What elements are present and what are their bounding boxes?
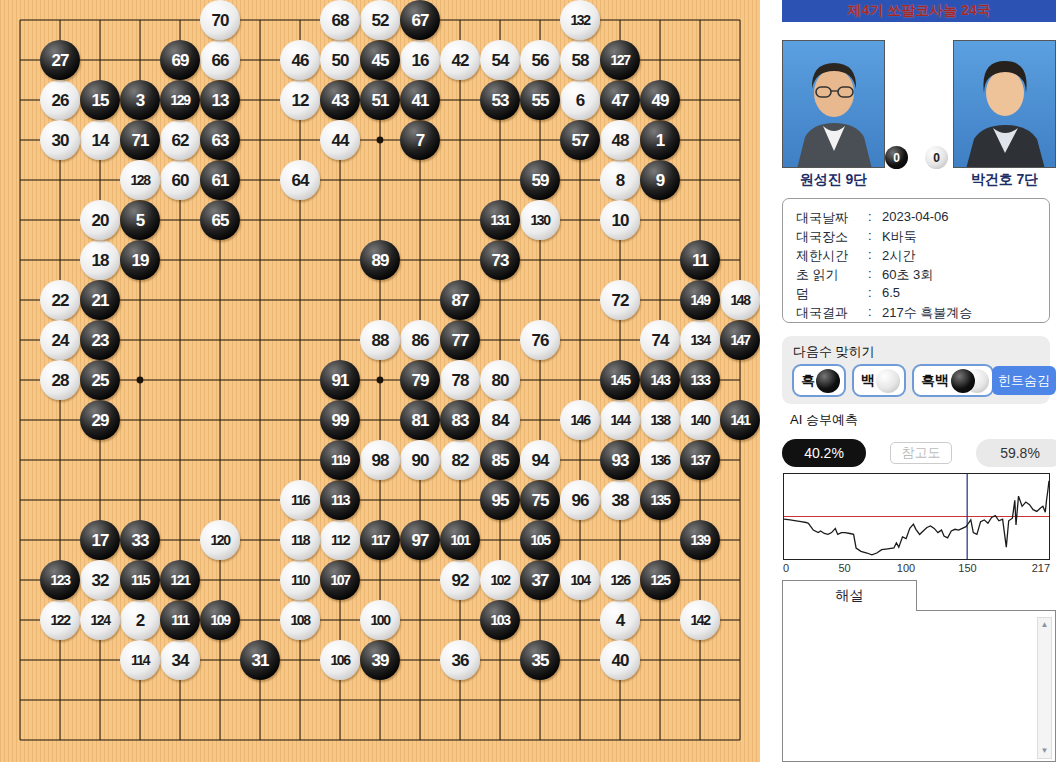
stone-move-21: 21 (80, 280, 120, 320)
stone-move-38: 38 (600, 480, 640, 520)
stone-move-32: 32 (80, 560, 120, 600)
stone-move-19: 19 (120, 240, 160, 280)
stone-move-145: 145 (600, 360, 640, 400)
stone-move-135: 135 (640, 480, 680, 520)
game-info-box: 대국날짜:2023-04-06대국장소:K바둑제한시간:2시간초 읽기:60초 … (782, 198, 1050, 323)
stone-move-14: 14 (80, 120, 120, 160)
stone-move-73: 73 (480, 240, 520, 280)
commentary-tab-label: 해설 (836, 587, 864, 605)
stone-move-113: 113 (320, 480, 360, 520)
stone-move-37: 37 (520, 560, 560, 600)
stone-move-89: 89 (360, 240, 400, 280)
stone-move-58: 58 (560, 40, 600, 80)
black-stone-icon (816, 369, 840, 393)
stone-move-136: 136 (640, 440, 680, 480)
stone-move-68: 68 (320, 0, 360, 40)
stone-move-90: 90 (400, 440, 440, 480)
stone-move-40: 40 (600, 640, 640, 680)
info-colon: : (868, 304, 882, 323)
stone-move-62: 62 (160, 120, 200, 160)
x-tick-50: 50 (838, 562, 850, 574)
stone-move-79: 79 (400, 360, 440, 400)
stone-move-76: 76 (520, 320, 560, 360)
guess-white-button[interactable]: 백 (852, 364, 906, 397)
x-tick-0: 0 (783, 562, 789, 574)
stone-move-83: 83 (440, 400, 480, 440)
stone-move-95: 95 (480, 480, 520, 520)
info-colon: : (868, 209, 882, 228)
stone-move-139: 139 (680, 520, 720, 560)
black-player-name: 원성진 9단 (782, 171, 885, 189)
info-row-3: 초 읽기:60초 3회 (796, 266, 1049, 285)
stone-move-17: 17 (80, 520, 120, 560)
info-label: 덤 (796, 285, 868, 304)
stone-move-29: 29 (80, 400, 120, 440)
stone-move-44: 44 (320, 120, 360, 160)
winrate-graph[interactable] (783, 473, 1050, 560)
quiz-title: 다음수 맞히기 (793, 343, 1050, 361)
graph-x-axis-ticks: 050100150217 (783, 562, 1050, 576)
stone-move-36: 36 (440, 640, 480, 680)
stone-move-51: 51 (360, 80, 400, 120)
stone-move-30: 30 (40, 120, 80, 160)
stone-move-35: 35 (520, 640, 560, 680)
stone-move-48: 48 (600, 120, 640, 160)
stone-move-130: 130 (520, 200, 560, 240)
stone-move-96: 96 (560, 480, 600, 520)
stone-move-57: 57 (560, 120, 600, 160)
stone-move-110: 110 (280, 560, 320, 600)
stone-move-82: 82 (440, 440, 480, 480)
black-captures-value: 0 (893, 151, 900, 165)
stone-move-125: 125 (640, 560, 680, 600)
info-row-2: 제한시간:2시간 (796, 247, 1049, 266)
stone-move-78: 78 (440, 360, 480, 400)
stone-move-13: 13 (200, 80, 240, 120)
info-label: 초 읽기 (796, 266, 868, 285)
stone-move-66: 66 (200, 40, 240, 80)
stone-move-116: 116 (280, 480, 320, 520)
white-player-name: 박건호 7단 (953, 171, 1056, 189)
stone-move-25: 25 (80, 360, 120, 400)
stone-move-115: 115 (120, 560, 160, 600)
stone-move-69: 69 (160, 40, 200, 80)
commentary-scrollbar[interactable]: ▲ ▼ (1037, 617, 1052, 759)
stone-move-60: 60 (160, 160, 200, 200)
guess-black-label: 흑 (801, 372, 815, 390)
stone-move-27: 27 (40, 40, 80, 80)
stone-move-53: 53 (480, 80, 520, 120)
stone-move-34: 34 (160, 640, 200, 680)
black-winrate-badge: 40.2% (782, 439, 866, 467)
stone-move-103: 103 (480, 600, 520, 640)
stone-move-121: 121 (160, 560, 200, 600)
stone-move-126: 126 (600, 560, 640, 600)
stone-move-84: 84 (480, 400, 520, 440)
stone-move-31: 31 (240, 640, 280, 680)
next-move-quiz-panel: 다음수 맞히기 흑 백 흑백 힌트숨김 (782, 336, 1050, 404)
info-row-0: 대국날짜:2023-04-06 (796, 209, 1049, 228)
stone-move-102: 102 (480, 560, 520, 600)
stone-move-9: 9 (640, 160, 680, 200)
stone-move-63: 63 (200, 120, 240, 160)
stone-move-2: 2 (120, 600, 160, 640)
stone-move-77: 77 (440, 320, 480, 360)
stone-move-50: 50 (320, 40, 360, 80)
stone-move-106: 106 (320, 640, 360, 680)
stone-move-8: 8 (600, 160, 640, 200)
stone-move-105: 105 (520, 520, 560, 560)
info-value: 6.5 (882, 285, 900, 304)
stone-move-134: 134 (680, 320, 720, 360)
stone-move-71: 71 (120, 120, 160, 160)
stone-move-92: 92 (440, 560, 480, 600)
stone-move-42: 42 (440, 40, 480, 80)
stone-move-59: 59 (520, 160, 560, 200)
stone-move-54: 54 (480, 40, 520, 80)
stone-move-80: 80 (480, 360, 520, 400)
info-label: 대국날짜 (796, 209, 868, 228)
stone-move-11: 11 (680, 240, 720, 280)
stone-move-43: 43 (320, 80, 360, 120)
stone-move-124: 124 (80, 600, 120, 640)
black-player-photo (782, 40, 885, 168)
stone-move-15: 15 (80, 80, 120, 120)
stone-move-41: 41 (400, 80, 440, 120)
info-value: 217수 흑불계승 (882, 304, 972, 323)
stone-move-4: 4 (600, 600, 640, 640)
stone-move-107: 107 (320, 560, 360, 600)
stone-move-120: 120 (200, 520, 240, 560)
commentary-tab[interactable]: 해설 (782, 580, 917, 611)
stone-move-10: 10 (600, 200, 640, 240)
stone-move-100: 100 (360, 600, 400, 640)
stone-move-5: 5 (120, 200, 160, 240)
reference-diagram-button[interactable]: 참고도 (890, 442, 952, 464)
x-tick-150: 150 (958, 562, 976, 574)
go-board[interactable]: 1234567891011121314151617181920212223242… (0, 0, 760, 762)
stone-move-12: 12 (280, 80, 320, 120)
stone-move-114: 114 (120, 640, 160, 680)
stone-move-148: 148 (720, 280, 760, 320)
commentary-box[interactable]: ▲ ▼ (782, 610, 1056, 762)
quiz-buttons-row: 흑 백 흑백 힌트숨김 (792, 364, 1000, 397)
stone-move-61: 61 (200, 160, 240, 200)
guess-black-button[interactable]: 흑 (792, 364, 846, 397)
stone-move-64: 64 (280, 160, 320, 200)
info-value: 2023-04-06 (882, 209, 949, 228)
stone-move-33: 33 (120, 520, 160, 560)
stone-move-138: 138 (640, 400, 680, 440)
info-row-4: 덤:6.5 (796, 285, 1049, 304)
stone-move-118: 118 (280, 520, 320, 560)
scroll-down-icon[interactable]: ▼ (1038, 744, 1051, 758)
info-row-1: 대국장소:K바둑 (796, 228, 1049, 247)
stone-move-94: 94 (520, 440, 560, 480)
stone-move-49: 49 (640, 80, 680, 120)
stone-move-141: 141 (720, 400, 760, 440)
stone-move-131: 131 (480, 200, 520, 240)
stone-move-45: 45 (360, 40, 400, 80)
info-colon: : (868, 228, 882, 247)
stone-move-111: 111 (160, 600, 200, 640)
stone-move-72: 72 (600, 280, 640, 320)
stone-move-70: 70 (200, 0, 240, 40)
stone-move-144: 144 (600, 400, 640, 440)
stone-move-122: 122 (40, 600, 80, 640)
stone-move-55: 55 (520, 80, 560, 120)
stone-move-146: 146 (560, 400, 600, 440)
stone-move-75: 75 (520, 480, 560, 520)
stone-move-123: 123 (40, 560, 80, 600)
info-value: 2시간 (882, 247, 915, 266)
stone-move-137: 137 (680, 440, 720, 480)
stone-move-81: 81 (400, 400, 440, 440)
info-value: 60초 3회 (882, 266, 933, 285)
info-row-5: 대국결과:217수 흑불계승 (796, 304, 1049, 323)
stone-move-85: 85 (480, 440, 520, 480)
stone-move-109: 109 (200, 600, 240, 640)
stone-move-88: 88 (360, 320, 400, 360)
info-colon: : (868, 285, 882, 304)
stone-move-108: 108 (280, 600, 320, 640)
stone-move-101: 101 (440, 520, 480, 560)
stone-move-18: 18 (80, 240, 120, 280)
event-title: 제4기 쏘팔코사놀 24국 (847, 2, 990, 20)
white-winrate-badge: 59.8% (976, 439, 1056, 467)
hide-hint-button[interactable]: 힌트숨김 (992, 366, 1056, 395)
stone-move-56: 56 (520, 40, 560, 80)
side-panel: 제4기 쏘팔코사놀 24국 (760, 0, 1056, 762)
white-player-photo (953, 40, 1056, 168)
info-colon: : (868, 266, 882, 285)
guess-white-label: 백 (861, 372, 875, 390)
stone-move-98: 98 (360, 440, 400, 480)
info-label: 대국장소 (796, 228, 868, 247)
stone-move-65: 65 (200, 200, 240, 240)
event-title-bar: 제4기 쏘팔코사놀 24국 (782, 0, 1056, 22)
stone-move-140: 140 (680, 400, 720, 440)
stone-move-26: 26 (40, 80, 80, 120)
stone-move-67: 67 (400, 0, 440, 40)
stone-move-91: 91 (320, 360, 360, 400)
info-label: 제한시간 (796, 247, 868, 266)
stone-move-132: 132 (560, 0, 600, 40)
stone-move-46: 46 (280, 40, 320, 80)
stone-move-127: 127 (600, 40, 640, 80)
stone-move-117: 117 (360, 520, 400, 560)
stone-move-20: 20 (80, 200, 120, 240)
guess-both-button[interactable]: 흑백 (912, 364, 994, 397)
stone-move-23: 23 (80, 320, 120, 360)
stone-move-149: 149 (680, 280, 720, 320)
stone-move-129: 129 (160, 80, 200, 120)
scroll-up-icon[interactable]: ▲ (1038, 618, 1051, 632)
stone-move-74: 74 (640, 320, 680, 360)
info-value: K바둑 (882, 228, 917, 247)
stone-move-39: 39 (360, 640, 400, 680)
black-captures-counter: 0 (885, 146, 908, 169)
stone-move-93: 93 (600, 440, 640, 480)
app-window: 1234567891011121314151617181920212223242… (0, 0, 1056, 762)
stone-move-87: 87 (440, 280, 480, 320)
stone-move-86: 86 (400, 320, 440, 360)
stone-move-24: 24 (40, 320, 80, 360)
stone-move-147: 147 (720, 320, 760, 360)
white-stone-icon (876, 369, 900, 393)
white-captures-counter: 0 (925, 146, 948, 169)
x-tick-217: 217 (1032, 562, 1050, 574)
black-white-stones-icon (950, 369, 988, 393)
stone-move-7: 7 (400, 120, 440, 160)
stone-move-47: 47 (600, 80, 640, 120)
stone-move-16: 16 (400, 40, 440, 80)
stone-move-119: 119 (320, 440, 360, 480)
stone-move-22: 22 (40, 280, 80, 320)
stone-move-6: 6 (560, 80, 600, 120)
stone-move-97: 97 (400, 520, 440, 560)
guess-both-label: 흑백 (921, 372, 949, 390)
stone-move-52: 52 (360, 0, 400, 40)
ai-prediction-label: AI 승부예측 (790, 411, 858, 429)
stone-move-128: 128 (120, 160, 160, 200)
stone-move-3: 3 (120, 80, 160, 120)
stone-move-143: 143 (640, 360, 680, 400)
info-label: 대국결과 (796, 304, 868, 323)
x-tick-100: 100 (897, 562, 915, 574)
stone-move-104: 104 (560, 560, 600, 600)
stone-move-142: 142 (680, 600, 720, 640)
stone-move-112: 112 (320, 520, 360, 560)
stone-move-28: 28 (40, 360, 80, 400)
stone-move-133: 133 (680, 360, 720, 400)
stone-move-1: 1 (640, 120, 680, 160)
white-captures-value: 0 (933, 151, 940, 165)
stone-move-99: 99 (320, 400, 360, 440)
info-colon: : (868, 247, 882, 266)
